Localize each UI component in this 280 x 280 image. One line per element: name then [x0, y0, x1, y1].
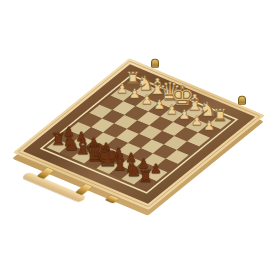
brass-hinge-2 [238, 96, 246, 105]
brass-hinge-1 [151, 59, 159, 68]
white-pawn[interactable]: ♟ [191, 114, 203, 127]
pieces-layer: ♜♞♝♛♚♝♞♜♟♟♟♟♟♟♟♟♟♟♟♟♟♟♟♟♜♞♝♛♚♝♞♜ [0, 0, 280, 280]
white-pawn[interactable]: ♟ [178, 109, 190, 122]
product-photo: ♜♞♝♛♚♝♞♜♟♟♟♟♟♟♟♟♟♟♟♟♟♟♟♟♜♞♝♛♚♝♞♜ [0, 0, 280, 280]
white-pawn[interactable]: ♟ [141, 93, 153, 106]
white-pawn[interactable]: ♟ [154, 98, 166, 111]
white-pawn[interactable]: ♟ [116, 82, 128, 95]
white-pawn[interactable]: ♟ [203, 119, 215, 132]
black-rook[interactable]: ♜ [138, 167, 153, 184]
white-pawn[interactable]: ♟ [166, 103, 178, 116]
white-pawn[interactable]: ♟ [129, 88, 141, 101]
